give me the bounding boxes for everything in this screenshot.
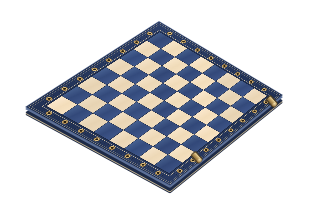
- board-top-surface: [25, 21, 283, 186]
- product-photo[interactable]: [0, 0, 310, 206]
- board-grid: [45, 31, 268, 174]
